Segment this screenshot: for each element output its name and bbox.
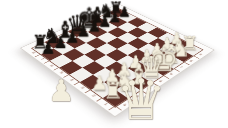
file-label: g [189,59,194,62]
rank-label: 8 [31,51,36,54]
rank-label: 6 [49,64,54,67]
black-pawn: ♟ [41,41,56,57]
file-label: h [199,53,204,56]
chess-set-photo: ♜♟♟♜♞♟♟♞♝♟♟♝♚♟♟♚♛♟♟♛♝♟♟♝♞♟♟♞♜♟♟♜ 8765432… [0,0,228,128]
file-label: f [180,66,184,68]
white-pawn-offboard: ♟ [48,76,75,106]
rank-label: 3 [80,86,85,89]
white-queen-offboard: ♛ [116,72,166,128]
rank-label: 7 [40,58,45,61]
black-pawn: ♟ [54,35,68,51]
rank-label: 2 [91,94,97,98]
rank-label: 1 [103,103,109,107]
